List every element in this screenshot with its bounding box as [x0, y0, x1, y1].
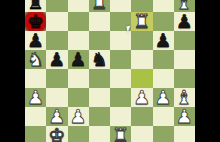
square-e8[interactable]: [110, 0, 131, 12]
square-e1[interactable]: ♜: [110, 126, 131, 142]
piece-white-pawn-h2[interactable]: ♟: [176, 107, 193, 126]
square-d8[interactable]: ♜: [89, 0, 110, 12]
piece-white-pawn-c2[interactable]: ♟: [70, 107, 87, 126]
square-c2[interactable]: ♟: [68, 107, 89, 126]
piece-black-knight-d5[interactable]: ♞: [91, 50, 108, 69]
square-g3[interactable]: ♟: [153, 88, 174, 107]
pillarbox-left: [0, 0, 25, 142]
piece-white-pawn-g3[interactable]: ♟: [155, 88, 172, 107]
square-b4[interactable]: [46, 69, 67, 88]
square-f1[interactable]: [131, 126, 152, 142]
piece-white-knight-a5[interactable]: ♞: [27, 50, 44, 69]
square-c4[interactable]: [68, 69, 89, 88]
piece-black-pawn-c5[interactable]: ♟: [70, 50, 87, 69]
square-c8[interactable]: [68, 0, 89, 12]
piece-white-rook-e1[interactable]: ♜: [112, 126, 129, 142]
square-h6[interactable]: [174, 31, 195, 50]
square-g6[interactable]: ♟: [153, 31, 174, 50]
square-b7[interactable]: [46, 12, 67, 31]
video-frame: ♜♜♝♚♜♟♟♟♞♟♟♞♟♟♟♝♟♟♟♚♜: [0, 0, 220, 142]
chess-board[interactable]: ♜♜♝♚♜♟♟♟♞♟♟♞♟♟♟♝♟♟♟♚♜: [25, 0, 195, 142]
square-d1[interactable]: [89, 126, 110, 142]
square-e3[interactable]: [110, 88, 131, 107]
square-c7[interactable]: [68, 12, 89, 31]
square-c5[interactable]: ♟: [68, 50, 89, 69]
square-g2[interactable]: [153, 107, 174, 126]
square-g8[interactable]: [153, 0, 174, 12]
square-b5[interactable]: ♟: [46, 50, 67, 69]
square-e5[interactable]: [110, 50, 131, 69]
square-d4[interactable]: [89, 69, 110, 88]
square-c1[interactable]: [68, 126, 89, 142]
square-h1[interactable]: [174, 126, 195, 142]
square-f3[interactable]: ♟: [131, 88, 152, 107]
square-a1[interactable]: [25, 126, 46, 142]
square-f5[interactable]: [131, 50, 152, 69]
square-f2[interactable]: [131, 107, 152, 126]
pillarbox-right: [195, 0, 220, 142]
square-d3[interactable]: [89, 88, 110, 107]
square-a3[interactable]: ♟: [25, 88, 46, 107]
square-e4[interactable]: [110, 69, 131, 88]
piece-white-pawn-f3[interactable]: ♟: [133, 88, 150, 107]
square-h2[interactable]: ♟: [174, 107, 195, 126]
square-f7[interactable]: ♜: [131, 12, 152, 31]
square-g5[interactable]: [153, 50, 174, 69]
piece-white-pawn-a3[interactable]: ♟: [27, 88, 44, 107]
piece-black-pawn-b5[interactable]: ♟: [48, 50, 65, 69]
square-a5[interactable]: ♞: [25, 50, 46, 69]
piece-black-pawn-g6[interactable]: ♟: [155, 31, 172, 50]
square-d7[interactable]: [89, 12, 110, 31]
square-d5[interactable]: ♞: [89, 50, 110, 69]
piece-white-king-b1[interactable]: ♚: [48, 126, 65, 142]
square-b1[interactable]: ♚: [46, 126, 67, 142]
square-h5[interactable]: [174, 50, 195, 69]
piece-white-rook-d8[interactable]: ♜: [91, 0, 108, 12]
square-a2[interactable]: [25, 107, 46, 126]
square-e6[interactable]: [110, 31, 131, 50]
square-d2[interactable]: [89, 107, 110, 126]
square-h7[interactable]: ♟: [174, 12, 195, 31]
piece-black-pawn-h7[interactable]: ♟: [176, 12, 193, 31]
square-b8[interactable]: [46, 0, 67, 12]
piece-white-rook-f7[interactable]: ♜: [133, 12, 150, 31]
square-g1[interactable]: [153, 126, 174, 142]
square-f6[interactable]: [131, 31, 152, 50]
